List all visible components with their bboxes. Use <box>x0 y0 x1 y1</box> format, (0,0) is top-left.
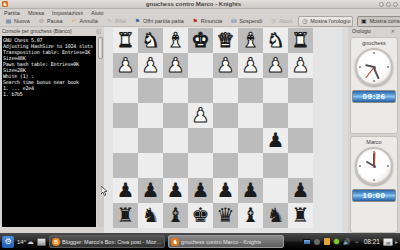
blogger-icon: B <box>52 238 60 246</box>
square-d1[interactable]: ♛ <box>213 28 238 53</box>
square-b5[interactable]: ♟ <box>263 128 288 153</box>
square-g4[interactable] <box>138 103 163 128</box>
pause-button[interactable]: ⊜Pausa <box>36 17 65 26</box>
black-pawn-piece[interactable]: ♟ <box>192 178 210 203</box>
minimize-button[interactable] <box>379 2 384 7</box>
white-pawn-piece[interactable]: ♟ <box>217 53 235 78</box>
black-pawn-piece[interactable]: ♟ <box>242 178 260 203</box>
resign-flag-button[interactable]: ⚑Rinuncia <box>190 17 224 26</box>
toolbar-button-label: Rifai <box>115 18 126 24</box>
black-queen-piece[interactable]: ♛ <box>217 203 235 228</box>
dock-splitter[interactable] <box>342 27 348 233</box>
black-pawn-piece[interactable]: ♟ <box>292 178 310 203</box>
square-a5[interactable] <box>288 128 313 153</box>
analog-clock <box>355 147 393 185</box>
square-g1[interactable]: ♞ <box>138 28 163 53</box>
redo-button: ↷Rifai <box>104 17 128 26</box>
square-a3[interactable] <box>288 78 313 103</box>
square-b1[interactable]: ♞ <box>263 28 288 53</box>
toolbar-button-label: Rinuncia <box>201 18 222 24</box>
new-document-icon: ▤ <box>5 18 12 25</box>
square-e7[interactable]: ♟ <box>188 178 213 203</box>
engine-console-output[interactable]: GNU Chess 5.07Adjusting HashSize to 1024… <box>2 36 96 227</box>
undo-icon: ↶ <box>71 18 78 25</box>
analog-clock <box>355 48 393 86</box>
clock-dock-title: Orologio <box>352 28 390 34</box>
toolbar-button-label: Pausa <box>47 18 63 24</box>
undo-button[interactable]: ↶Annulla <box>69 17 100 26</box>
taskbar: ⚙ 14° ☁ BBlogger: Marco's Box: Crea post… <box>0 233 400 250</box>
menu-mossa[interactable]: Mossa <box>28 10 44 16</box>
white-bishop-piece[interactable]: ♝ <box>242 28 260 53</box>
knights-icon: ♞ <box>171 238 179 246</box>
resign-flag-icon: ⚑ <box>192 18 199 25</box>
square-e2[interactable] <box>188 53 213 78</box>
draw-flag-icon: ⚑ <box>134 18 141 25</box>
square-e5[interactable] <box>188 128 213 153</box>
board-area: ♜♞♝♚♛♝♞♜♟♟♟♟♟♟♟♟♟♟♟♟♟♟♟♟♜♞♝♚♛♝♞♜ <box>104 27 348 233</box>
square-b7[interactable] <box>263 178 288 203</box>
square-b2[interactable]: ♟ <box>263 53 288 78</box>
white-pawn-piece[interactable]: ♟ <box>267 53 285 78</box>
square-a2[interactable]: ♟ <box>288 53 313 78</box>
square-f3[interactable] <box>163 78 188 103</box>
toolbar: ▤Nuova⊜Pausa↶Annulla↷Rifai⚑Offri partita… <box>0 16 400 27</box>
abort-button: ⊘Abort <box>268 17 294 26</box>
square-c6[interactable] <box>238 153 263 178</box>
square-h7[interactable]: ♟ <box>113 178 138 203</box>
white-pawn-piece[interactable]: ♟ <box>167 53 185 78</box>
toolbar-button-label: Abort <box>279 18 292 24</box>
square-c8[interactable]: ♝ <box>238 203 263 228</box>
white-knight-piece[interactable]: ♞ <box>142 28 160 53</box>
taskbar-task-browser[interactable]: BBlogger: Marco's Box: Crea post - Mozil… <box>49 235 165 248</box>
square-a1[interactable]: ♜ <box>288 28 313 53</box>
square-f1[interactable]: ♝ <box>163 28 188 53</box>
volume-icon[interactable]: 🔊 <box>343 238 351 246</box>
square-d8[interactable]: ♛ <box>213 203 238 228</box>
menubar: PartitaMossaImpostazioniAiuto <box>0 9 400 16</box>
square-f5[interactable] <box>163 128 188 153</box>
display-tray-icon[interactable] <box>303 238 311 246</box>
console-line: 1. b7b5 <box>3 91 95 97</box>
square-c7[interactable]: ♟ <box>238 178 263 203</box>
console-scrollbar[interactable] <box>97 36 104 227</box>
square-d2[interactable]: ♟ <box>213 53 238 78</box>
square-a6[interactable] <box>288 153 313 178</box>
signal-icon[interactable]: ⌁ <box>353 238 361 246</box>
white-knight-piece[interactable]: ♞ <box>267 28 285 53</box>
panel-hide-arrow-icon[interactable]: ▸ <box>395 238 398 245</box>
toolbar-button-label: Offri partita patta <box>143 18 184 24</box>
kmenu-icon[interactable]: ⚙ <box>2 236 14 248</box>
square-g5[interactable] <box>138 128 163 153</box>
pause-icon: ⊜ <box>38 18 45 25</box>
console-line: Pawn hash table: Entries=0K Size=28K <box>3 61 95 73</box>
square-c4[interactable] <box>238 103 263 128</box>
black-pawn-piece[interactable]: ♟ <box>117 178 135 203</box>
console-line: Transposition table: Entries=1K Size=48K <box>3 49 95 61</box>
square-h1[interactable]: ♜ <box>113 28 138 53</box>
square-b8[interactable]: ♞ <box>263 203 288 228</box>
square-f6[interactable] <box>163 153 188 178</box>
knights-window: ♞ gnuchess contro Marco - Knights Partit… <box>0 0 400 233</box>
black-knight-piece[interactable]: ♞ <box>142 203 160 228</box>
toolbar-button-label: Sospendi <box>239 18 262 24</box>
black-rook-piece[interactable]: ♜ <box>117 203 135 228</box>
black-rook-piece[interactable]: ♜ <box>292 203 310 228</box>
clock-dock: Orologio ✕ gnuchess09:26Marco10:00 <box>348 27 400 233</box>
white-rook-piece[interactable]: ♜ <box>292 28 310 53</box>
white-pawn-piece[interactable]: ♟ <box>292 53 310 78</box>
square-e3[interactable] <box>188 78 213 103</box>
console-icon: ▣ <box>360 18 367 25</box>
square-d5[interactable] <box>213 128 238 153</box>
toolbar-button-label: Annulla <box>80 18 98 24</box>
abort-icon: ⊘ <box>270 18 277 25</box>
console-scrollbar-thumb[interactable] <box>98 37 103 59</box>
weather-widget[interactable]: 14° ☁ <box>17 238 34 246</box>
square-h6[interactable] <box>113 153 138 178</box>
toolbar-button-label: Nuova <box>14 18 30 24</box>
black-pawn-piece[interactable]: ♟ <box>142 178 160 203</box>
black-bishop-piece[interactable]: ♝ <box>167 203 185 228</box>
square-a7[interactable]: ♟ <box>288 178 313 203</box>
clock-group-marco: Marco10:00 <box>350 136 398 233</box>
square-g6[interactable] <box>138 153 163 178</box>
square-c5[interactable] <box>238 128 263 153</box>
black-king-piece[interactable]: ♚ <box>192 203 210 228</box>
player-name: gnuchess <box>362 40 386 46</box>
black-pawn-piece[interactable]: ♟ <box>167 178 185 203</box>
console-button[interactable]: ▣Mostra console bianca <box>357 16 400 27</box>
square-b6[interactable] <box>263 153 288 178</box>
square-f4[interactable] <box>163 103 188 128</box>
maximize-button[interactable] <box>386 2 391 7</box>
square-f2[interactable]: ♟ <box>163 53 188 78</box>
square-d3[interactable] <box>213 78 238 103</box>
menu-impostazioni[interactable]: Impostazioni <box>52 10 83 16</box>
square-g8[interactable]: ♞ <box>138 203 163 228</box>
task-label: Blogger: Marco's Box: Crea post - Mozill… <box>62 239 162 245</box>
square-b4[interactable] <box>263 103 288 128</box>
menu-aiuto[interactable]: Aiuto <box>91 10 104 16</box>
square-a4[interactable] <box>288 103 313 128</box>
digital-clock: 09:26 <box>352 90 396 103</box>
tray-status-icon[interactable] <box>313 238 321 246</box>
square-g2[interactable]: ♟ <box>138 53 163 78</box>
square-d7[interactable]: ♟ <box>213 178 238 203</box>
weather-temp: 14° <box>17 239 26 245</box>
square-h5[interactable] <box>113 128 138 153</box>
white-king-piece[interactable]: ♚ <box>192 28 210 53</box>
white-pawn-piece[interactable]: ♟ <box>117 53 135 78</box>
white-pawn-piece[interactable]: ♟ <box>242 53 260 78</box>
square-h4[interactable] <box>113 103 138 128</box>
system-tray: 🔊 ⌁ 08:21 ✉ ▸ <box>303 238 398 246</box>
black-pawn-piece[interactable]: ♟ <box>217 178 235 203</box>
toolbar-button-label: Mostra console bianca <box>369 18 400 24</box>
square-h3[interactable] <box>113 78 138 103</box>
mouse-cursor <box>101 186 108 196</box>
menu-partita[interactable]: Partita <box>4 10 20 16</box>
task-label: gnuchess contro Marco - Knights <box>181 239 261 245</box>
square-h2[interactable]: ♟ <box>113 53 138 78</box>
square-e6[interactable] <box>188 153 213 178</box>
adjourn-save-icon: ⛁ <box>230 18 237 25</box>
white-bishop-piece[interactable]: ♝ <box>167 28 185 53</box>
engine-console-panel: Console per gnuchess (Bianco) ◱ GNU Ches… <box>0 27 104 233</box>
square-g7[interactable]: ♟ <box>138 178 163 203</box>
square-e4[interactable]: ♟ <box>188 103 213 128</box>
black-knight-piece[interactable]: ♞ <box>267 203 285 228</box>
mail-icon[interactable]: ✉ <box>383 238 393 246</box>
network-status-icon[interactable] <box>333 238 341 246</box>
square-e1[interactable]: ♚ <box>188 28 213 53</box>
square-f7[interactable]: ♟ <box>163 178 188 203</box>
white-rook-piece[interactable]: ♜ <box>117 28 135 53</box>
taskbar-task-knights[interactable]: ♞gnuchess contro Marco - Knights <box>168 235 284 248</box>
clock-button[interactable]: ◷Mostra l'orologio <box>298 16 353 27</box>
black-bishop-piece[interactable]: ♝ <box>242 203 260 228</box>
square-g3[interactable] <box>138 78 163 103</box>
player-name: Marco <box>366 139 381 145</box>
clock-dock-close-icon[interactable]: ✕ <box>390 28 396 34</box>
square-d6[interactable] <box>213 153 238 178</box>
taskbar-clock[interactable]: 08:21 <box>363 238 381 245</box>
console-float-icon[interactable]: ◱ <box>95 28 102 34</box>
digital-clock: 10:00 <box>352 189 396 202</box>
square-c2[interactable]: ♟ <box>238 53 263 78</box>
white-pawn-piece[interactable]: ♟ <box>142 53 160 78</box>
square-b3[interactable] <box>263 78 288 103</box>
window-title: gnuchess contro Marco - Knights <box>8 1 379 7</box>
adjourn-save-button[interactable]: ⛁Sospendi <box>228 17 264 26</box>
black-pawn-piece[interactable]: ♟ <box>267 128 285 153</box>
clock-icon: ◷ <box>301 18 308 25</box>
console-panel-title: Console per gnuchess (Bianco) <box>2 28 95 34</box>
titlebar[interactable]: ♞ gnuchess contro Marco - Knights <box>0 0 400 9</box>
square-e8[interactable]: ♚ <box>188 203 213 228</box>
redo-icon: ↷ <box>106 18 113 25</box>
klipper-icon[interactable] <box>323 238 331 246</box>
toolbar-button-label: Mostra l'orologio <box>310 18 350 24</box>
new-document-button[interactable]: ▤Nuova <box>3 17 32 26</box>
clock-group-gnuchess: gnuchess09:26 <box>350 37 398 134</box>
square-d4[interactable] <box>213 103 238 128</box>
square-c1[interactable]: ♝ <box>238 28 263 53</box>
square-f8[interactable]: ♝ <box>163 203 188 228</box>
square-a8[interactable]: ♜ <box>288 203 313 228</box>
square-c3[interactable] <box>238 78 263 103</box>
draw-flag-button[interactable]: ⚑Offri partita patta <box>132 17 186 26</box>
show-desktop-icon[interactable] <box>37 238 46 246</box>
cloud-icon: ☁ <box>27 238 34 246</box>
white-pawn-piece[interactable]: ♟ <box>192 103 210 128</box>
chess-board[interactable]: ♜♞♝♚♛♝♞♜♟♟♟♟♟♟♟♟♟♟♟♟♟♟♟♟♜♞♝♚♛♝♞♜ <box>113 28 313 228</box>
close-button[interactable] <box>393 2 398 7</box>
square-h8[interactable]: ♜ <box>113 203 138 228</box>
white-queen-piece[interactable]: ♛ <box>217 28 235 53</box>
